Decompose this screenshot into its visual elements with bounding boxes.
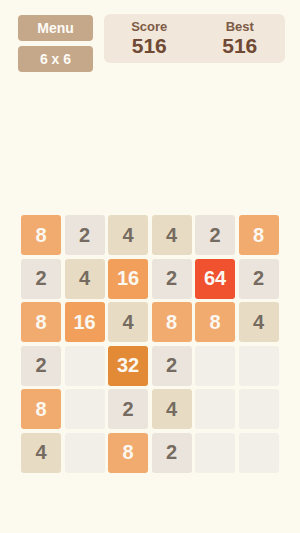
- empty-cell: [65, 433, 105, 473]
- tile-8: 8: [21, 389, 61, 429]
- menu-button[interactable]: Menu: [18, 15, 93, 41]
- tile-8: 8: [152, 302, 192, 342]
- empty-cell: [239, 389, 279, 429]
- tile-2: 2: [152, 259, 192, 299]
- tile-8: 8: [195, 302, 235, 342]
- tile-4: 4: [239, 302, 279, 342]
- tile-8: 8: [108, 433, 148, 473]
- tile-2: 2: [21, 346, 61, 386]
- empty-cell: [195, 346, 235, 386]
- empty-cell: [195, 433, 235, 473]
- empty-cell: [239, 433, 279, 473]
- tile-16: 16: [108, 259, 148, 299]
- best-label: Best: [226, 20, 254, 34]
- tile-4: 4: [108, 302, 148, 342]
- best-value: 516: [222, 34, 257, 57]
- tile-8: 8: [239, 215, 279, 255]
- empty-cell: [239, 346, 279, 386]
- score-value: 516: [132, 34, 167, 57]
- board-size-button[interactable]: 6 x 6: [18, 46, 93, 72]
- tile-64: 64: [195, 259, 235, 299]
- tile-4: 4: [108, 215, 148, 255]
- tile-2: 2: [152, 346, 192, 386]
- tile-4: 4: [21, 433, 61, 473]
- empty-cell: [195, 389, 235, 429]
- tile-2: 2: [239, 259, 279, 299]
- tile-8: 8: [21, 215, 61, 255]
- tile-2: 2: [21, 259, 61, 299]
- tile-2: 2: [65, 215, 105, 255]
- empty-cell: [65, 389, 105, 429]
- best-box: Best 516: [195, 14, 286, 63]
- tile-4: 4: [65, 259, 105, 299]
- tile-32: 32: [108, 346, 148, 386]
- tile-16: 16: [65, 302, 105, 342]
- board[interactable]: 8244282416264281648842322824482: [21, 215, 279, 473]
- tile-2: 2: [195, 215, 235, 255]
- tile-8: 8: [21, 302, 61, 342]
- tile-4: 4: [152, 215, 192, 255]
- tile-4: 4: [152, 389, 192, 429]
- score-panel: Score 516 Best 516: [104, 14, 285, 63]
- score-box: Score 516: [104, 14, 195, 63]
- tile-2: 2: [108, 389, 148, 429]
- score-label: Score: [131, 20, 167, 34]
- empty-cell: [65, 346, 105, 386]
- tile-2: 2: [152, 433, 192, 473]
